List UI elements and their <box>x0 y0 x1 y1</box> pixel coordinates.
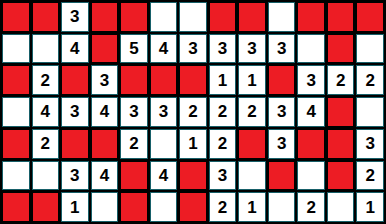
minesweeper-board: 3454333323113224343322234221233344321212… <box>0 0 386 224</box>
clue-cell[interactable]: 2 <box>32 129 60 159</box>
clue-cell[interactable]: 2 <box>179 97 207 127</box>
clue-cell[interactable]: 4 <box>32 97 60 127</box>
empty-cell[interactable] <box>356 97 384 127</box>
mine-cell[interactable] <box>179 65 207 95</box>
empty-cell[interactable] <box>179 2 207 32</box>
clue-cell[interactable]: 3 <box>150 97 178 127</box>
mine-cell[interactable] <box>268 65 296 95</box>
empty-cell[interactable] <box>2 97 30 127</box>
mine-cell[interactable] <box>2 192 30 222</box>
mine-cell[interactable] <box>120 192 148 222</box>
mine-cell[interactable] <box>61 129 89 159</box>
clue-cell[interactable]: 1 <box>238 65 266 95</box>
clue-cell[interactable]: 3 <box>179 34 207 64</box>
empty-cell[interactable] <box>356 34 384 64</box>
clue-cell[interactable]: 1 <box>61 192 89 222</box>
empty-cell[interactable] <box>150 192 178 222</box>
mine-cell[interactable] <box>327 34 355 64</box>
empty-cell[interactable] <box>150 2 178 32</box>
clue-cell[interactable]: 2 <box>209 192 237 222</box>
clue-cell[interactable]: 4 <box>91 97 119 127</box>
clue-cell[interactable]: 3 <box>91 65 119 95</box>
mine-cell[interactable] <box>297 129 325 159</box>
mine-cell[interactable] <box>297 2 325 32</box>
clue-cell[interactable]: 3 <box>61 97 89 127</box>
clue-cell[interactable]: 1 <box>238 192 266 222</box>
clue-cell[interactable]: 1 <box>209 65 237 95</box>
clue-cell[interactable]: 2 <box>209 97 237 127</box>
empty-cell[interactable] <box>327 192 355 222</box>
empty-cell[interactable] <box>32 161 60 191</box>
empty-cell[interactable] <box>150 129 178 159</box>
mine-cell[interactable] <box>327 97 355 127</box>
empty-cell[interactable] <box>32 34 60 64</box>
clue-cell[interactable]: 3 <box>120 97 148 127</box>
clue-cell[interactable]: 1 <box>356 192 384 222</box>
clue-cell[interactable]: 3 <box>61 2 89 32</box>
empty-cell[interactable] <box>238 161 266 191</box>
mine-cell[interactable] <box>120 2 148 32</box>
clue-cell[interactable]: 3 <box>209 34 237 64</box>
clue-cell[interactable]: 4 <box>150 34 178 64</box>
empty-cell[interactable] <box>297 161 325 191</box>
mine-cell[interactable] <box>238 129 266 159</box>
clue-cell[interactable]: 3 <box>297 65 325 95</box>
mine-cell[interactable] <box>61 65 89 95</box>
clue-cell[interactable]: 3 <box>356 129 384 159</box>
mine-cell[interactable] <box>2 65 30 95</box>
mine-cell[interactable] <box>268 161 296 191</box>
mine-cell[interactable] <box>91 129 119 159</box>
clue-cell[interactable]: 3 <box>238 34 266 64</box>
mine-cell[interactable] <box>327 129 355 159</box>
clue-cell[interactable]: 5 <box>120 34 148 64</box>
mine-cell[interactable] <box>120 161 148 191</box>
clue-cell[interactable]: 4 <box>150 161 178 191</box>
empty-cell[interactable] <box>268 2 296 32</box>
mine-cell[interactable] <box>179 161 207 191</box>
clue-cell[interactable]: 3 <box>268 97 296 127</box>
clue-cell[interactable]: 1 <box>179 129 207 159</box>
mine-cell[interactable] <box>91 2 119 32</box>
clue-cell[interactable]: 3 <box>268 34 296 64</box>
mine-cell[interactable] <box>209 2 237 32</box>
clue-cell[interactable]: 2 <box>356 161 384 191</box>
mine-cell[interactable] <box>120 65 148 95</box>
clue-cell[interactable]: 3 <box>61 161 89 191</box>
empty-cell[interactable] <box>2 34 30 64</box>
mine-cell[interactable] <box>327 2 355 32</box>
mine-cell[interactable] <box>32 2 60 32</box>
clue-cell[interactable]: 3 <box>209 161 237 191</box>
empty-cell[interactable] <box>297 34 325 64</box>
mine-cell[interactable] <box>91 34 119 64</box>
mine-cell[interactable] <box>32 192 60 222</box>
clue-cell[interactable]: 2 <box>238 97 266 127</box>
mine-cell[interactable] <box>2 2 30 32</box>
clue-cell[interactable]: 4 <box>297 97 325 127</box>
clue-cell[interactable]: 3 <box>268 129 296 159</box>
mine-cell[interactable] <box>327 161 355 191</box>
mine-cell[interactable] <box>179 192 207 222</box>
clue-cell[interactable]: 2 <box>32 65 60 95</box>
clue-cell[interactable]: 2 <box>297 192 325 222</box>
clue-cell[interactable]: 4 <box>61 34 89 64</box>
empty-cell[interactable] <box>2 161 30 191</box>
clue-cell[interactable]: 2 <box>356 65 384 95</box>
clue-cell[interactable]: 2 <box>209 129 237 159</box>
mine-cell[interactable] <box>238 2 266 32</box>
empty-cell[interactable] <box>91 192 119 222</box>
mine-cell[interactable] <box>2 129 30 159</box>
empty-cell[interactable] <box>268 192 296 222</box>
clue-cell[interactable]: 4 <box>91 161 119 191</box>
mine-cell[interactable] <box>356 2 384 32</box>
clue-cell[interactable]: 2 <box>120 129 148 159</box>
clue-cell[interactable]: 2 <box>327 65 355 95</box>
mine-cell[interactable] <box>150 65 178 95</box>
